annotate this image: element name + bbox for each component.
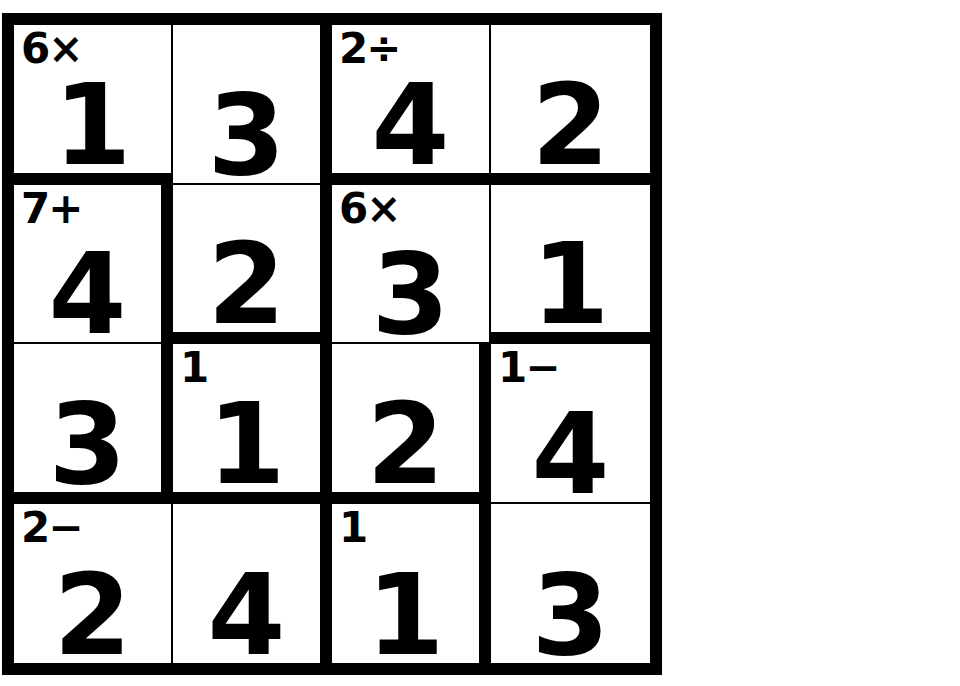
cell-r2c0[interactable]: 3 bbox=[14, 344, 173, 504]
cell-value: 4 bbox=[491, 398, 650, 510]
cell-value: 3 bbox=[14, 388, 161, 500]
cell-r3c1[interactable]: 4 bbox=[173, 504, 332, 664]
cell-r0c2[interactable]: 2÷ 4 bbox=[332, 25, 491, 185]
cage-clue: 6× bbox=[339, 185, 399, 232]
cell-r1c3[interactable]: 1 bbox=[491, 185, 650, 345]
cell-r3c2[interactable]: 1 1 bbox=[332, 504, 491, 664]
cage-clue: 7+ bbox=[21, 185, 81, 232]
cage-clue: 1− bbox=[498, 344, 558, 391]
cell-value: 2 bbox=[173, 228, 320, 340]
cell-r0c1[interactable]: 3 bbox=[173, 25, 332, 185]
cell-r2c1[interactable]: 1 1 bbox=[173, 344, 332, 504]
cell-value: 3 bbox=[173, 79, 320, 191]
cell-r0c3[interactable]: 2 bbox=[491, 25, 650, 185]
cage-clue: 2− bbox=[21, 504, 81, 551]
cell-r3c3[interactable]: 3 bbox=[491, 504, 650, 664]
cell-value: 2 bbox=[491, 69, 650, 181]
cage-clue: 1 bbox=[339, 504, 366, 551]
cell-value: 1 bbox=[332, 559, 479, 671]
cell-r2c3[interactable]: 1− 4 bbox=[491, 344, 650, 504]
cell-r3c0[interactable]: 2− 2 bbox=[14, 504, 173, 664]
cell-value: 4 bbox=[14, 238, 161, 350]
cell-r2c2[interactable]: 2 bbox=[332, 344, 491, 504]
cell-r1c2[interactable]: 6× 3 bbox=[332, 185, 491, 345]
cell-value: 2 bbox=[332, 388, 479, 500]
cell-value: 1 bbox=[491, 228, 650, 340]
cell-r1c0[interactable]: 7+ 4 bbox=[14, 185, 173, 345]
cell-value: 3 bbox=[332, 238, 489, 350]
cell-value: 4 bbox=[173, 559, 320, 671]
cell-r1c1[interactable]: 2 bbox=[173, 185, 332, 345]
cell-value: 2 bbox=[14, 559, 171, 671]
cell-value: 3 bbox=[491, 559, 650, 671]
cell-value: 1 bbox=[14, 69, 171, 181]
cell-value: 4 bbox=[332, 69, 489, 181]
cell-r0c0[interactable]: 6× 1 bbox=[14, 25, 173, 185]
kenken-board: 6× 1 3 2÷ 4 2 7+ 4 2 6× 3 1 3 1 1 2 1− bbox=[2, 13, 662, 675]
cage-clue: 1 bbox=[180, 344, 207, 391]
cell-value: 1 bbox=[173, 388, 320, 500]
